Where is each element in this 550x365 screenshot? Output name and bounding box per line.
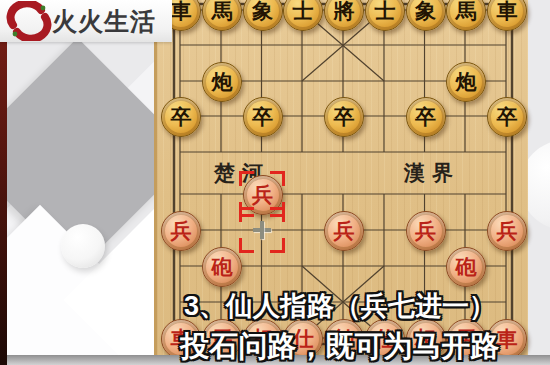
piece-black-soldier-2[interactable]: 卒 bbox=[243, 97, 283, 137]
piece-red-soldier-1[interactable]: 兵 bbox=[487, 211, 527, 251]
piece-label: 卒 bbox=[415, 107, 436, 128]
piece-black-soldier-5[interactable]: 卒 bbox=[487, 97, 527, 137]
logo-bar: 火火生活 bbox=[0, 0, 172, 42]
piece-black-advisor-left[interactable]: 士 bbox=[283, 0, 323, 31]
piece-black-soldier-1[interactable]: 卒 bbox=[161, 97, 201, 137]
piece-label: 象 bbox=[415, 1, 436, 22]
caption-move-title: 3、仙人指路（兵七进一） bbox=[128, 288, 550, 324]
piece-label: 士 bbox=[375, 1, 396, 22]
piece-label: 卒 bbox=[497, 107, 518, 128]
piece-black-cannon-left[interactable]: 炮 bbox=[202, 62, 242, 102]
piece-label: 砲 bbox=[456, 257, 477, 278]
piece-black-elephant-right[interactable]: 象 bbox=[406, 0, 446, 31]
piece-label: 車 bbox=[497, 1, 518, 22]
piece-label: 兵 bbox=[415, 221, 436, 242]
piece-black-horse-left[interactable]: 馬 bbox=[202, 0, 242, 31]
piece-label: 砲 bbox=[212, 257, 233, 278]
piece-label: 兵 bbox=[497, 221, 518, 242]
piece-black-general[interactable]: 將 bbox=[324, 0, 364, 31]
piece-red-soldier-3[interactable]: 兵 bbox=[406, 211, 446, 251]
bg-sphere bbox=[61, 224, 105, 268]
piece-red-soldier-5[interactable]: 兵 bbox=[324, 211, 364, 251]
piece-black-cannon-right[interactable]: 炮 bbox=[446, 62, 486, 102]
piece-label: 象 bbox=[252, 1, 273, 22]
piece-black-horse-right[interactable]: 馬 bbox=[446, 0, 486, 31]
logo-text: 火火生活 bbox=[52, 5, 156, 38]
last-move-to-marker bbox=[239, 171, 285, 217]
left-edge-strip bbox=[0, 0, 7, 365]
piece-black-soldier-3[interactable]: 卒 bbox=[324, 97, 364, 137]
piece-label: 馬 bbox=[456, 1, 477, 22]
piece-black-chariot-right[interactable]: 車 bbox=[487, 0, 527, 31]
piece-label: 卒 bbox=[334, 107, 355, 128]
piece-black-elephant-left[interactable]: 象 bbox=[243, 0, 283, 31]
piece-label: 馬 bbox=[212, 1, 233, 22]
piece-label: 兵 bbox=[171, 221, 192, 242]
piece-label: 士 bbox=[293, 1, 314, 22]
piece-black-soldier-4[interactable]: 卒 bbox=[406, 97, 446, 137]
piece-label: 將 bbox=[334, 1, 355, 22]
piece-label: 炮 bbox=[212, 72, 233, 93]
piece-label: 兵 bbox=[334, 221, 355, 242]
chili-pepper-ring-icon bbox=[6, 1, 52, 41]
piece-red-cannon-left[interactable]: 砲 bbox=[202, 247, 242, 287]
screenshot-stage: 楚河 漢界 車馬象士將士象馬車炮炮卒卒卒卒卒兵兵兵兵兵砲砲車馬相仕帥仕相馬車 火… bbox=[0, 0, 550, 365]
piece-label: 卒 bbox=[171, 107, 192, 128]
piece-label: 車 bbox=[171, 1, 192, 22]
piece-red-soldier-9[interactable]: 兵 bbox=[161, 211, 201, 251]
piece-black-advisor-right[interactable]: 士 bbox=[365, 0, 405, 31]
piece-red-cannon-right[interactable]: 砲 bbox=[446, 247, 486, 287]
caption-move-comment: 投石问路，既可为马开路 bbox=[128, 327, 550, 365]
piece-label: 炮 bbox=[456, 72, 477, 93]
piece-label: 卒 bbox=[252, 107, 273, 128]
